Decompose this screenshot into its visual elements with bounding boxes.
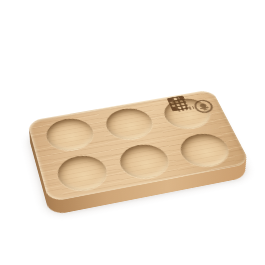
board-pit-back-middle[interactable] <box>101 105 157 143</box>
board-pit-back-left[interactable] <box>42 115 97 153</box>
scene <box>0 0 265 265</box>
pit-cell <box>40 114 99 155</box>
pit-cell <box>172 129 236 171</box>
pit-cell <box>51 150 113 194</box>
board-pit-front-left[interactable] <box>52 152 110 194</box>
board-pit-front-right[interactable] <box>174 130 234 170</box>
board-pit-front-middle[interactable] <box>114 140 173 181</box>
pit-cell <box>112 139 175 182</box>
pit-cell <box>99 104 159 144</box>
pit-grid <box>26 89 250 202</box>
tray-top-surface <box>26 89 250 202</box>
photo-stage <box>0 0 265 265</box>
wooden-pit-board <box>26 89 250 202</box>
logo-crest-mark <box>199 106 208 108</box>
